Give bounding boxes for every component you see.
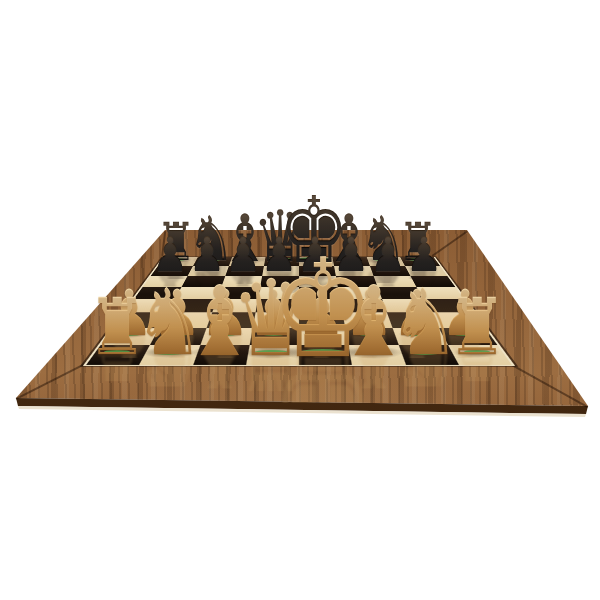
pieces-layer: ♜♜♞♞♝♝♛♛♚♚♝♝♞♞♜♜♟♟♟♟♟♟♟♟♟♟♟♟♟♟♟♟♟♟♟♟♟♟♟♟… [0, 0, 600, 600]
white-rook-glyph: ♜ [447, 288, 507, 366]
chess-set-photo: ♜♜♞♞♝♝♛♛♚♚♝♝♞♞♜♜♟♟♟♟♟♟♟♟♟♟♟♟♟♟♟♟♟♟♟♟♟♟♟♟… [0, 0, 600, 600]
